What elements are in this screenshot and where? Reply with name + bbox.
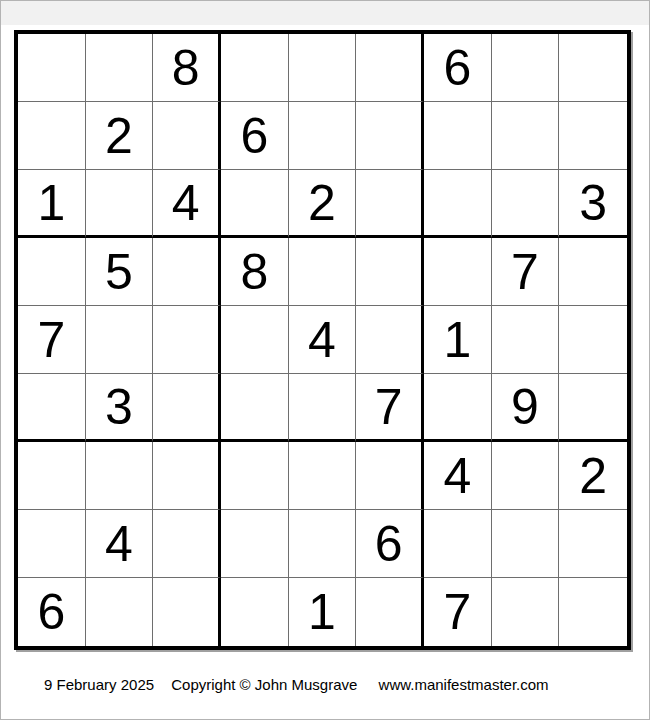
cell-r7c9[interactable]: 2 [559, 442, 627, 510]
cell-r7c1[interactable] [18, 442, 86, 510]
cell-r4c4[interactable]: 8 [221, 238, 289, 306]
cell-r6c2[interactable]: 3 [86, 374, 154, 442]
cell-r7c7[interactable]: 4 [424, 442, 492, 510]
cell-r2c4[interactable]: 6 [221, 102, 289, 170]
cell-r9c4[interactable] [221, 578, 289, 646]
sudoku-board: 862614235877413794246617 [14, 30, 631, 650]
cell-r9c8[interactable] [492, 578, 560, 646]
cell-r2c2[interactable]: 2 [86, 102, 154, 170]
cell-r7c3[interactable] [153, 442, 221, 510]
cell-r3c2[interactable] [86, 170, 154, 238]
cell-r8c4[interactable] [221, 510, 289, 578]
cell-r4c1[interactable] [18, 238, 86, 306]
cell-r7c8[interactable] [492, 442, 560, 510]
cell-r5c5[interactable]: 4 [289, 306, 357, 374]
cell-r1c9[interactable] [559, 34, 627, 102]
cell-r5c7[interactable]: 1 [424, 306, 492, 374]
cell-r9c9[interactable] [559, 578, 627, 646]
cell-r9c7[interactable]: 7 [424, 578, 492, 646]
cell-r1c5[interactable] [289, 34, 357, 102]
cell-r9c6[interactable] [356, 578, 424, 646]
cell-r4c7[interactable] [424, 238, 492, 306]
cell-r5c8[interactable] [492, 306, 560, 374]
cell-r1c6[interactable] [356, 34, 424, 102]
cell-r4c6[interactable] [356, 238, 424, 306]
cell-r7c4[interactable] [221, 442, 289, 510]
cell-r5c3[interactable] [153, 306, 221, 374]
cell-r9c1[interactable]: 6 [18, 578, 86, 646]
header-bar [1, 1, 649, 25]
cell-r7c2[interactable] [86, 442, 154, 510]
cell-r1c2[interactable] [86, 34, 154, 102]
cell-r6c9[interactable] [559, 374, 627, 442]
cell-r2c8[interactable] [492, 102, 560, 170]
cell-r3c9[interactable]: 3 [559, 170, 627, 238]
cell-r1c1[interactable] [18, 34, 86, 102]
cell-r8c3[interactable] [153, 510, 221, 578]
cell-r7c5[interactable] [289, 442, 357, 510]
cell-r2c6[interactable] [356, 102, 424, 170]
cell-r2c7[interactable] [424, 102, 492, 170]
cell-r9c5[interactable]: 1 [289, 578, 357, 646]
cell-r2c3[interactable] [153, 102, 221, 170]
cell-r6c5[interactable] [289, 374, 357, 442]
cell-r6c8[interactable]: 9 [492, 374, 560, 442]
cell-r7c6[interactable] [356, 442, 424, 510]
cell-r4c8[interactable]: 7 [492, 238, 560, 306]
cell-r3c8[interactable] [492, 170, 560, 238]
cell-r3c6[interactable] [356, 170, 424, 238]
cell-r5c4[interactable] [221, 306, 289, 374]
page: 862614235877413794246617 9 February 2025… [0, 0, 650, 720]
cell-r6c6[interactable]: 7 [356, 374, 424, 442]
cell-r9c2[interactable] [86, 578, 154, 646]
footer-copyright: Copyright © John Musgrave [171, 676, 357, 693]
footer-date: 9 February 2025 [44, 676, 154, 693]
cell-r2c1[interactable] [18, 102, 86, 170]
cell-r1c7[interactable]: 6 [424, 34, 492, 102]
cell-r9c3[interactable] [153, 578, 221, 646]
cell-r6c3[interactable] [153, 374, 221, 442]
cell-r5c2[interactable] [86, 306, 154, 374]
cell-r2c9[interactable] [559, 102, 627, 170]
cell-r1c8[interactable] [492, 34, 560, 102]
cell-r4c2[interactable]: 5 [86, 238, 154, 306]
cell-r1c4[interactable] [221, 34, 289, 102]
cell-r8c1[interactable] [18, 510, 86, 578]
cell-r5c1[interactable]: 7 [18, 306, 86, 374]
cell-r2c5[interactable] [289, 102, 357, 170]
footer: 9 February 2025 Copyright © John Musgrav… [44, 676, 549, 693]
cell-r3c5[interactable]: 2 [289, 170, 357, 238]
cell-r8c2[interactable]: 4 [86, 510, 154, 578]
cell-r8c7[interactable] [424, 510, 492, 578]
cell-r3c4[interactable] [221, 170, 289, 238]
cell-r6c1[interactable] [18, 374, 86, 442]
cell-r3c1[interactable]: 1 [18, 170, 86, 238]
cell-r4c5[interactable] [289, 238, 357, 306]
cell-r5c9[interactable] [559, 306, 627, 374]
cell-r5c6[interactable] [356, 306, 424, 374]
cell-r1c3[interactable]: 8 [153, 34, 221, 102]
cell-r8c9[interactable] [559, 510, 627, 578]
cell-r8c6[interactable]: 6 [356, 510, 424, 578]
cell-r8c5[interactable] [289, 510, 357, 578]
cell-r3c3[interactable]: 4 [153, 170, 221, 238]
cell-r6c7[interactable] [424, 374, 492, 442]
cell-r3c7[interactable] [424, 170, 492, 238]
cell-r4c9[interactable] [559, 238, 627, 306]
cell-r8c8[interactable] [492, 510, 560, 578]
cell-r4c3[interactable] [153, 238, 221, 306]
footer-website: www.manifestmaster.com [379, 676, 549, 693]
cell-r6c4[interactable] [221, 374, 289, 442]
